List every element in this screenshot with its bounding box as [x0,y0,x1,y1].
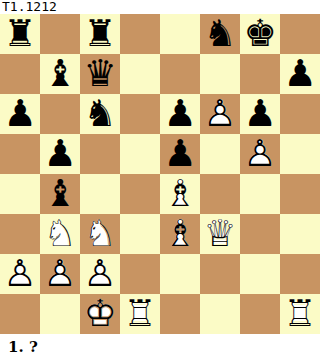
white-piece-outline: ♙ [200,94,240,134]
square-b7[interactable]: ♝ [40,54,80,94]
square-f4[interactable] [200,174,240,214]
piece-black-rook[interactable]: ♜ [0,14,40,54]
square-d2[interactable] [120,254,160,294]
square-h5[interactable] [280,134,320,174]
piece-white-king[interactable]: ♚♔ [80,294,120,334]
square-c2[interactable]: ♟♙ [80,254,120,294]
square-b5[interactable]: ♟ [40,134,80,174]
square-b6[interactable] [40,94,80,134]
piece-white-bishop[interactable]: ♝♗ [160,174,200,214]
square-b1[interactable] [40,294,80,334]
square-h7[interactable]: ♟ [280,54,320,94]
square-g8[interactable]: ♚ [240,14,280,54]
piece-black-pawn[interactable]: ♟ [240,94,280,134]
square-c1[interactable]: ♚♔ [80,294,120,334]
piece-black-king[interactable]: ♚ [240,14,280,54]
square-f3[interactable]: ♛♕ [200,214,240,254]
square-f2[interactable] [200,254,240,294]
square-d8[interactable] [120,14,160,54]
square-c3[interactable]: ♞♘ [80,214,120,254]
square-d7[interactable] [120,54,160,94]
white-piece-outline: ♗ [160,174,200,214]
square-b8[interactable] [40,14,80,54]
square-a1[interactable] [0,294,40,334]
square-g6[interactable]: ♟ [240,94,280,134]
white-piece-outline: ♘ [80,214,120,254]
square-g1[interactable] [240,294,280,334]
square-e6[interactable]: ♟ [160,94,200,134]
square-a2[interactable]: ♟♙ [0,254,40,294]
square-a5[interactable] [0,134,40,174]
move-prompt: 1. ? [0,334,320,360]
chess-board: ♜♜♞♚♝♛♟♟♞♟♟♙♟♟♟♟♙♝♝♗♞♘♞♘♝♗♛♕♟♙♟♙♟♙♚♔♜♖♜♖ [0,14,320,334]
piece-white-bishop[interactable]: ♝♗ [160,214,200,254]
square-c4[interactable] [80,174,120,214]
square-c7[interactable]: ♛ [80,54,120,94]
white-piece-outline: ♘ [40,214,80,254]
piece-black-bishop[interactable]: ♝ [40,174,80,214]
square-c6[interactable]: ♞ [80,94,120,134]
square-e2[interactable] [160,254,200,294]
square-b4[interactable]: ♝ [40,174,80,214]
square-a7[interactable] [0,54,40,94]
square-g5[interactable]: ♟♙ [240,134,280,174]
piece-white-knight[interactable]: ♞♘ [40,214,80,254]
piece-white-pawn[interactable]: ♟♙ [200,94,240,134]
square-f1[interactable] [200,294,240,334]
square-a6[interactable]: ♟ [0,94,40,134]
square-h8[interactable] [280,14,320,54]
square-h6[interactable] [280,94,320,134]
piece-black-rook[interactable]: ♜ [80,14,120,54]
piece-white-knight[interactable]: ♞♘ [80,214,120,254]
piece-white-queen[interactable]: ♛♕ [200,214,240,254]
square-e8[interactable] [160,14,200,54]
square-f7[interactable] [200,54,240,94]
piece-black-pawn[interactable]: ♟ [160,134,200,174]
piece-white-pawn[interactable]: ♟♙ [40,254,80,294]
white-piece-outline: ♔ [80,294,120,334]
piece-black-pawn[interactable]: ♟ [280,54,320,94]
square-d6[interactable] [120,94,160,134]
square-d4[interactable] [120,174,160,214]
piece-white-rook[interactable]: ♜♖ [280,294,320,334]
piece-black-pawn[interactable]: ♟ [160,94,200,134]
square-d1[interactable]: ♜♖ [120,294,160,334]
square-e7[interactable] [160,54,200,94]
piece-black-knight[interactable]: ♞ [80,94,120,134]
square-h1[interactable]: ♜♖ [280,294,320,334]
square-e3[interactable]: ♝♗ [160,214,200,254]
white-piece-outline: ♕ [200,214,240,254]
white-piece-outline: ♙ [240,134,280,174]
piece-black-queen[interactable]: ♛ [80,54,120,94]
piece-black-knight[interactable]: ♞ [200,14,240,54]
square-g3[interactable] [240,214,280,254]
square-g7[interactable] [240,54,280,94]
square-b2[interactable]: ♟♙ [40,254,80,294]
white-piece-outline: ♙ [40,254,80,294]
square-h4[interactable] [280,174,320,214]
white-piece-outline: ♖ [280,294,320,334]
piece-white-rook[interactable]: ♜♖ [120,294,160,334]
piece-black-pawn[interactable]: ♟ [0,94,40,134]
square-e4[interactable]: ♝♗ [160,174,200,214]
square-g2[interactable] [240,254,280,294]
piece-white-pawn[interactable]: ♟♙ [240,134,280,174]
white-piece-outline: ♙ [0,254,40,294]
white-piece-outline: ♖ [120,294,160,334]
square-a3[interactable] [0,214,40,254]
square-c5[interactable] [80,134,120,174]
piece-white-pawn[interactable]: ♟♙ [0,254,40,294]
square-b3[interactable]: ♞♘ [40,214,80,254]
square-f6[interactable]: ♟♙ [200,94,240,134]
square-f5[interactable] [200,134,240,174]
square-e1[interactable] [160,294,200,334]
square-h2[interactable] [280,254,320,294]
white-piece-outline: ♙ [80,254,120,294]
square-a8[interactable]: ♜ [0,14,40,54]
square-h3[interactable] [280,214,320,254]
square-g4[interactable] [240,174,280,214]
white-piece-outline: ♗ [160,214,200,254]
piece-white-pawn[interactable]: ♟♙ [80,254,120,294]
square-c8[interactable]: ♜ [80,14,120,54]
square-f8[interactable]: ♞ [200,14,240,54]
piece-black-pawn[interactable]: ♟ [40,134,80,174]
square-a4[interactable] [0,174,40,214]
square-e5[interactable]: ♟ [160,134,200,174]
square-d5[interactable] [120,134,160,174]
square-d3[interactable] [120,214,160,254]
piece-black-bishop[interactable]: ♝ [40,54,80,94]
